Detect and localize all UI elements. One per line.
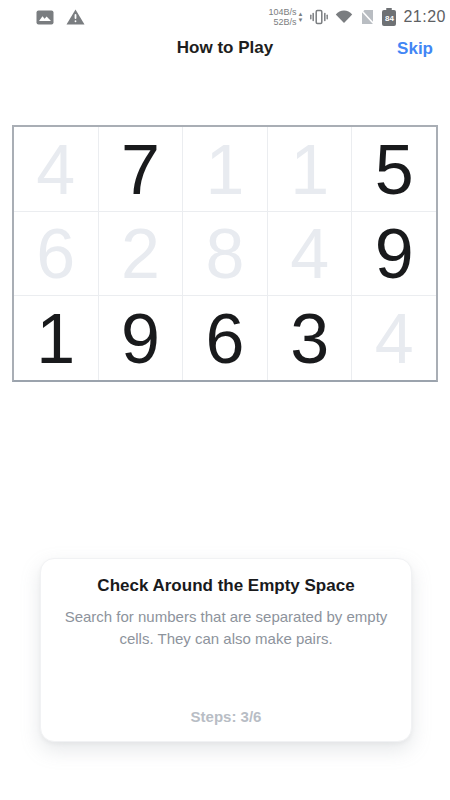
grid-cell[interactable]: 1 xyxy=(14,296,98,380)
net-down-speed: 52B/s xyxy=(268,17,296,27)
tutorial-title: Check Around the Empty Space xyxy=(97,576,354,596)
battery-icon: 84 xyxy=(382,8,396,26)
vibrate-icon xyxy=(310,9,328,25)
status-bar: 104B/s 52B/s ▲ ▼ xyxy=(0,0,450,30)
wifi-icon xyxy=(335,10,353,24)
tutorial-body: Search for numbers that are separated by… xyxy=(61,606,391,650)
no-sim-icon xyxy=(360,9,375,25)
download-arrow-icon: ▼ xyxy=(298,17,304,23)
grid-cell[interactable]: 4 xyxy=(14,127,98,211)
grid-cell[interactable]: 7 xyxy=(99,127,183,211)
grid-cell[interactable]: 6 xyxy=(183,296,267,380)
app-screen: 104B/s 52B/s ▲ ▼ xyxy=(0,0,450,800)
grid-cell[interactable]: 3 xyxy=(268,296,352,380)
tutorial-card: Check Around the Empty Space Search for … xyxy=(40,558,412,742)
header: How to Play Skip xyxy=(0,30,450,70)
grid-cell[interactable]: 1 xyxy=(183,127,267,211)
clock: 21:20 xyxy=(403,8,446,26)
grid-cell[interactable]: 1 xyxy=(268,127,352,211)
grid-cell[interactable]: 4 xyxy=(268,212,352,296)
warning-icon xyxy=(66,9,85,25)
grid-cell[interactable]: 6 xyxy=(14,212,98,296)
screenshot-icon xyxy=(36,10,54,25)
network-speed: 104B/s 52B/s ▲ ▼ xyxy=(268,7,303,27)
grid-cell[interactable]: 2 xyxy=(99,212,183,296)
grid-cell[interactable]: 8 xyxy=(183,212,267,296)
grid-cell[interactable]: 5 xyxy=(352,127,436,211)
grid-cell[interactable]: 9 xyxy=(99,296,183,380)
net-up-speed: 104B/s xyxy=(268,7,296,17)
page-title: How to Play xyxy=(0,38,450,58)
grid-cell[interactable]: 9 xyxy=(352,212,436,296)
skip-button[interactable]: Skip xyxy=(397,39,433,59)
steps-counter: Steps: 3/6 xyxy=(191,708,262,725)
board: 471156284919634 xyxy=(12,125,438,382)
grid-cell[interactable]: 4 xyxy=(352,296,436,380)
battery-percent: 84 xyxy=(385,14,394,23)
